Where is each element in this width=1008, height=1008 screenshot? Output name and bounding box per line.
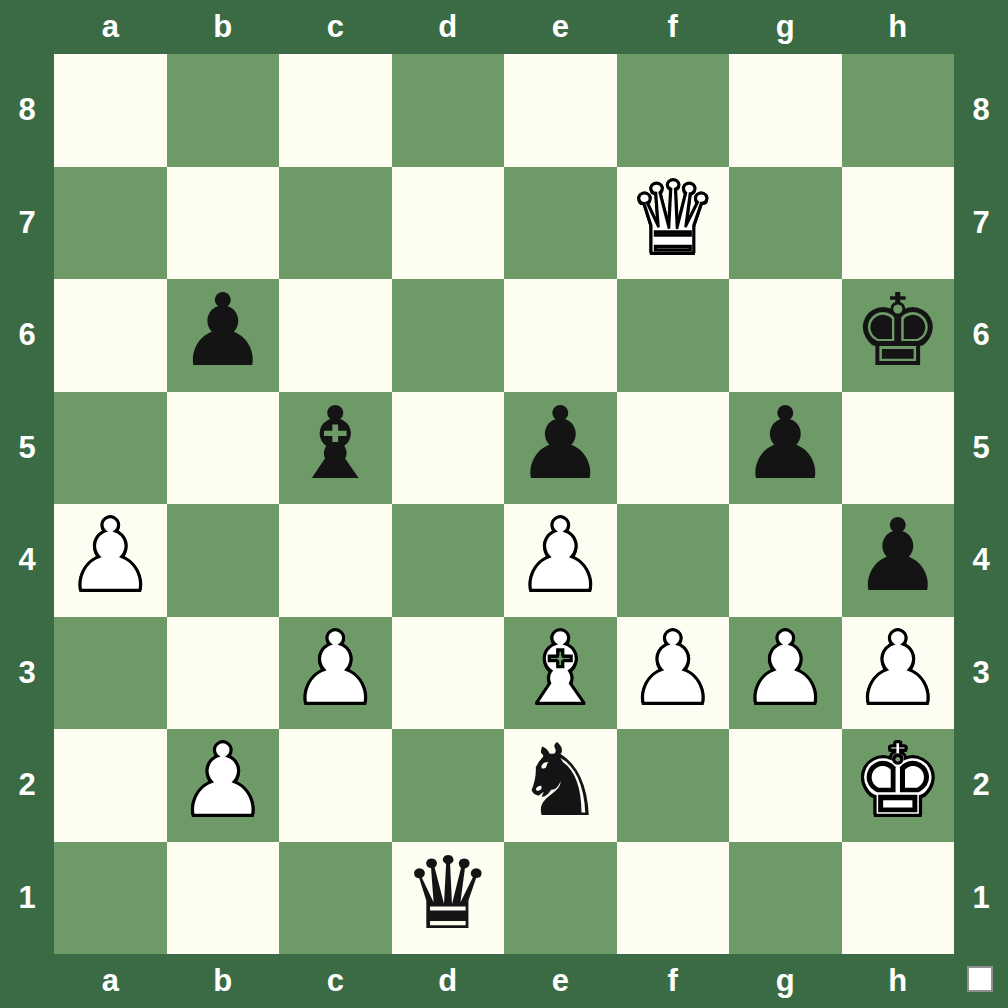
square-f7[interactable]: ♛ <box>617 167 730 280</box>
square-g2[interactable] <box>729 729 842 842</box>
file-label-g-bottom: g <box>729 954 842 1008</box>
square-b1[interactable] <box>167 842 280 955</box>
piece-white-pawn-b2[interactable]: ♟ <box>178 731 268 831</box>
square-h5[interactable] <box>842 392 955 505</box>
rank-label-3-right: 3 <box>954 617 1008 730</box>
piece-white-pawn-a4[interactable]: ♟ <box>65 506 155 606</box>
file-label-d-top: d <box>392 0 505 54</box>
square-c2[interactable] <box>279 729 392 842</box>
square-b8[interactable] <box>167 54 280 167</box>
rank-label-3-left: 3 <box>0 617 54 730</box>
file-label-a-bottom: a <box>54 954 167 1008</box>
square-d4[interactable] <box>392 504 505 617</box>
rank-label-7-right: 7 <box>954 167 1008 280</box>
square-b6[interactable]: ♟ <box>167 279 280 392</box>
square-g5[interactable]: ♟ <box>729 392 842 505</box>
file-label-a-top: a <box>54 0 167 54</box>
rank-label-7-left: 7 <box>0 167 54 280</box>
square-d8[interactable] <box>392 54 505 167</box>
square-e6[interactable] <box>504 279 617 392</box>
square-e1[interactable] <box>504 842 617 955</box>
piece-white-bishop-e3[interactable]: ♝ <box>515 619 605 719</box>
piece-white-pawn-e4[interactable]: ♟ <box>515 506 605 606</box>
square-c1[interactable] <box>279 842 392 955</box>
square-d2[interactable] <box>392 729 505 842</box>
file-labels-top: abcdefgh <box>54 0 954 54</box>
rank-labels-right: 87654321 <box>954 54 1008 954</box>
file-label-h-bottom: h <box>842 954 955 1008</box>
square-d3[interactable] <box>392 617 505 730</box>
square-e7[interactable] <box>504 167 617 280</box>
square-e2[interactable]: ♞ <box>504 729 617 842</box>
square-b7[interactable] <box>167 167 280 280</box>
piece-black-knight-e2[interactable]: ♞ <box>515 731 605 831</box>
rank-label-6-right: 6 <box>954 279 1008 392</box>
rank-label-1-right: 1 <box>954 842 1008 955</box>
piece-black-pawn-b6[interactable]: ♟ <box>178 281 268 381</box>
rank-label-5-right: 5 <box>954 392 1008 505</box>
chess-board: ♛♟♚♝♟♟♟♟♟♟♝♟♟♟♟♞♚♛ <box>54 54 954 954</box>
square-f6[interactable] <box>617 279 730 392</box>
rank-label-5-left: 5 <box>0 392 54 505</box>
square-h4[interactable]: ♟ <box>842 504 955 617</box>
square-f2[interactable] <box>617 729 730 842</box>
rank-labels-left: 87654321 <box>0 54 54 954</box>
file-label-b-bottom: b <box>167 954 280 1008</box>
square-d5[interactable] <box>392 392 505 505</box>
square-a2[interactable] <box>54 729 167 842</box>
piece-black-pawn-g5[interactable]: ♟ <box>740 394 830 494</box>
square-c3[interactable]: ♟ <box>279 617 392 730</box>
square-f5[interactable] <box>617 392 730 505</box>
square-e3[interactable]: ♝ <box>504 617 617 730</box>
square-a8[interactable] <box>54 54 167 167</box>
piece-white-queen-f7[interactable]: ♛ <box>628 169 718 269</box>
square-c8[interactable] <box>279 54 392 167</box>
square-e8[interactable] <box>504 54 617 167</box>
square-f1[interactable] <box>617 842 730 955</box>
square-a6[interactable] <box>54 279 167 392</box>
square-g7[interactable] <box>729 167 842 280</box>
square-b3[interactable] <box>167 617 280 730</box>
file-label-e-top: e <box>504 0 617 54</box>
rank-label-2-right: 2 <box>954 729 1008 842</box>
rank-label-4-right: 4 <box>954 504 1008 617</box>
square-g8[interactable] <box>729 54 842 167</box>
piece-black-queen-d1[interactable]: ♛ <box>403 844 493 944</box>
square-d1[interactable]: ♛ <box>392 842 505 955</box>
file-label-d-bottom: d <box>392 954 505 1008</box>
piece-black-pawn-e5[interactable]: ♟ <box>515 394 605 494</box>
file-label-b-top: b <box>167 0 280 54</box>
piece-black-king-h6[interactable]: ♚ <box>853 281 943 381</box>
square-f3[interactable]: ♟ <box>617 617 730 730</box>
piece-white-pawn-g3[interactable]: ♟ <box>740 619 830 719</box>
piece-white-king-h2[interactable]: ♚ <box>853 731 943 831</box>
corner-marker-square-icon <box>967 966 993 992</box>
piece-black-bishop-c5[interactable]: ♝ <box>290 394 380 494</box>
square-c7[interactable] <box>279 167 392 280</box>
rank-label-8-right: 8 <box>954 54 1008 167</box>
square-c6[interactable] <box>279 279 392 392</box>
rank-label-1-left: 1 <box>0 842 54 955</box>
square-b5[interactable] <box>167 392 280 505</box>
file-labels-bottom: abcdefgh <box>54 954 954 1008</box>
board-frame: abcdefgh 87654321 ♛♟♚♝♟♟♟♟♟♟♝♟♟♟♟♞♚♛ 876… <box>0 0 1008 1008</box>
square-d7[interactable] <box>392 167 505 280</box>
square-h1[interactable] <box>842 842 955 955</box>
square-g4[interactable] <box>729 504 842 617</box>
rank-label-8-left: 8 <box>0 54 54 167</box>
square-c4[interactable] <box>279 504 392 617</box>
file-label-f-top: f <box>617 0 730 54</box>
file-label-e-bottom: e <box>504 954 617 1008</box>
file-label-f-bottom: f <box>617 954 730 1008</box>
square-a3[interactable] <box>54 617 167 730</box>
square-a1[interactable] <box>54 842 167 955</box>
file-label-h-top: h <box>842 0 955 54</box>
file-label-g-top: g <box>729 0 842 54</box>
square-c5[interactable]: ♝ <box>279 392 392 505</box>
square-g3[interactable]: ♟ <box>729 617 842 730</box>
square-a7[interactable] <box>54 167 167 280</box>
piece-black-pawn-h4[interactable]: ♟ <box>853 506 943 606</box>
square-e5[interactable]: ♟ <box>504 392 617 505</box>
square-b4[interactable] <box>167 504 280 617</box>
square-h6[interactable]: ♚ <box>842 279 955 392</box>
piece-white-pawn-c3[interactable]: ♟ <box>290 619 380 719</box>
square-a4[interactable]: ♟ <box>54 504 167 617</box>
square-f4[interactable] <box>617 504 730 617</box>
square-d6[interactable] <box>392 279 505 392</box>
square-h3[interactable]: ♟ <box>842 617 955 730</box>
square-b2[interactable]: ♟ <box>167 729 280 842</box>
square-h8[interactable] <box>842 54 955 167</box>
file-label-c-bottom: c <box>279 954 392 1008</box>
rank-label-4-left: 4 <box>0 504 54 617</box>
square-h7[interactable] <box>842 167 955 280</box>
square-a5[interactable] <box>54 392 167 505</box>
square-e4[interactable]: ♟ <box>504 504 617 617</box>
square-g6[interactable] <box>729 279 842 392</box>
file-label-c-top: c <box>279 0 392 54</box>
square-f8[interactable] <box>617 54 730 167</box>
rank-label-6-left: 6 <box>0 279 54 392</box>
piece-white-pawn-f3[interactable]: ♟ <box>628 619 718 719</box>
piece-white-pawn-h3[interactable]: ♟ <box>853 619 943 719</box>
square-h2[interactable]: ♚ <box>842 729 955 842</box>
rank-label-2-left: 2 <box>0 729 54 842</box>
square-g1[interactable] <box>729 842 842 955</box>
